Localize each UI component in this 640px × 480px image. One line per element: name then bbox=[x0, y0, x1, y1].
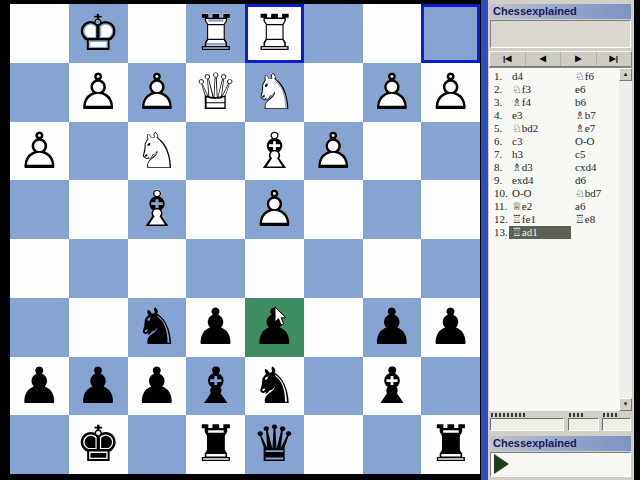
piece-wB: ♗ bbox=[128, 180, 187, 239]
piece-bR: ♜ bbox=[421, 415, 480, 474]
status-fields-row bbox=[490, 412, 631, 434]
move-bm[interactable]: O-O bbox=[575, 135, 619, 148]
piece-wP: ♙ bbox=[245, 180, 304, 239]
square-d7[interactable]: ♞ bbox=[245, 357, 304, 416]
square-d3[interactable]: ♝♗ bbox=[245, 122, 304, 181]
piece-fill: ♟ bbox=[69, 63, 128, 122]
move-wm[interactable]: ♗d3 bbox=[512, 161, 568, 174]
square-b4[interactable] bbox=[363, 180, 422, 239]
mouse-cursor-icon bbox=[274, 306, 289, 327]
square-h2[interactable] bbox=[10, 63, 69, 122]
move-number: 3. bbox=[494, 96, 512, 109]
piece-fill: ♝ bbox=[128, 180, 187, 239]
move-bm[interactable]: ♘f6 bbox=[575, 70, 619, 83]
square-f3[interactable]: ♞♘ bbox=[128, 122, 187, 181]
piece-fill: ♜ bbox=[186, 4, 245, 63]
move-bm[interactable]: ♖e8 bbox=[575, 213, 619, 226]
move-number: 8. bbox=[494, 161, 512, 174]
move-number: 1. bbox=[494, 70, 512, 83]
piece-fill: ♟ bbox=[10, 122, 69, 181]
last-move-button[interactable]: ▶| bbox=[597, 52, 632, 66]
piece-fill: ♛ bbox=[186, 63, 245, 122]
square-g3[interactable] bbox=[69, 122, 128, 181]
piece-bP: ♟ bbox=[10, 357, 69, 416]
move-wm[interactable]: ♕e2 bbox=[512, 200, 568, 213]
square-e6[interactable]: ♟ bbox=[186, 298, 245, 357]
move-bm[interactable]: cxd4 bbox=[575, 161, 619, 174]
square-f6[interactable]: ♞ bbox=[128, 298, 187, 357]
move-row: 4.e3♗b7 bbox=[489, 109, 619, 122]
move-number: 4. bbox=[494, 109, 512, 122]
piece-wN: ♘ bbox=[128, 122, 187, 181]
piece-wP: ♙ bbox=[421, 63, 480, 122]
next-move-button[interactable]: ▶ bbox=[561, 52, 597, 66]
move-list-scrollbar[interactable]: ▲ ▼ bbox=[619, 68, 632, 411]
right-panel: Chessexplained |◀◀▶▶| 1.d4♘f62.♘f3e63.♗f… bbox=[481, 0, 634, 480]
first-move-button[interactable]: |◀ bbox=[490, 52, 526, 66]
square-g7[interactable]: ♟ bbox=[69, 357, 128, 416]
square-e2[interactable]: ♛♕ bbox=[186, 63, 245, 122]
square-g4[interactable] bbox=[69, 180, 128, 239]
move-row: 2.♘f3e6 bbox=[489, 83, 619, 96]
square-b2[interactable]: ♟♙ bbox=[363, 63, 422, 122]
square-g1[interactable]: ♚♔ bbox=[69, 4, 128, 63]
piece-bK: ♚ bbox=[69, 415, 128, 474]
chess-app-screen: ♚♔♜♖♜♖♟♙♟♙♛♕♞♘♟♙♟♙♟♙♞♘♝♗♟♙♝♗♟♙♞♟♟♟♟♟♟♟♝♞… bbox=[0, 0, 640, 480]
piece-wB: ♗ bbox=[245, 122, 304, 181]
square-h8[interactable] bbox=[10, 415, 69, 474]
field-3-input[interactable] bbox=[602, 418, 631, 431]
square-e1[interactable]: ♜♖ bbox=[186, 4, 245, 63]
move-wm[interactable]: e3 bbox=[512, 109, 568, 122]
move-bm[interactable]: d6 bbox=[575, 174, 619, 187]
square-g2[interactable]: ♟♙ bbox=[69, 63, 128, 122]
move-row: 1.d4♘f6 bbox=[489, 70, 619, 83]
field-3[interactable] bbox=[602, 412, 631, 431]
move-wm[interactable]: ♗f4 bbox=[512, 96, 568, 109]
move-wm[interactable]: ♖ad1 bbox=[509, 226, 571, 239]
chess-board: ♚♔♜♖♜♖♟♙♟♙♛♕♞♘♟♙♟♙♟♙♞♘♝♗♟♙♝♗♟♙♞♟♟♟♟♟♟♟♝♞… bbox=[10, 4, 480, 474]
square-a7[interactable] bbox=[421, 357, 480, 416]
move-row: 6.c3O-O bbox=[489, 135, 619, 148]
square-b8[interactable] bbox=[363, 415, 422, 474]
piece-wK: ♔ bbox=[69, 4, 128, 63]
square-g6[interactable] bbox=[69, 298, 128, 357]
square-e7[interactable]: ♝ bbox=[186, 357, 245, 416]
move-number: 6. bbox=[494, 135, 512, 148]
square-e5[interactable] bbox=[186, 239, 245, 298]
piece-fill: ♟ bbox=[304, 122, 363, 181]
move-wm[interactable]: h3 bbox=[512, 148, 568, 161]
piece-wR: ♖ bbox=[245, 4, 304, 63]
play-icon[interactable] bbox=[494, 454, 509, 474]
square-a3[interactable] bbox=[421, 122, 480, 181]
square-a4[interactable] bbox=[421, 180, 480, 239]
move-row: 10.O-O♘bd7 bbox=[489, 187, 619, 200]
square-e3[interactable] bbox=[186, 122, 245, 181]
square-c1[interactable] bbox=[304, 4, 363, 63]
square-d8[interactable]: ♛ bbox=[245, 415, 304, 474]
move-row: 13.♖ad1 bbox=[489, 226, 619, 239]
move-row: 11.♕e2a6 bbox=[489, 200, 619, 213]
move-number: 5. bbox=[494, 122, 512, 135]
piece-wP: ♙ bbox=[128, 63, 187, 122]
field-1-label bbox=[491, 413, 527, 417]
square-f1[interactable] bbox=[128, 4, 187, 63]
piece-bN: ♞ bbox=[128, 298, 187, 357]
move-number: 11. bbox=[494, 200, 512, 213]
piece-wR: ♖ bbox=[186, 4, 245, 63]
piece-bQ: ♛ bbox=[245, 415, 304, 474]
square-c7[interactable] bbox=[304, 357, 363, 416]
square-g8[interactable]: ♚ bbox=[69, 415, 128, 474]
move-number: 12. bbox=[494, 213, 512, 226]
square-h3[interactable]: ♟♙ bbox=[10, 122, 69, 181]
piece-bP: ♟ bbox=[128, 357, 187, 416]
move-bm[interactable]: a6 bbox=[575, 200, 619, 213]
square-f8[interactable] bbox=[128, 415, 187, 474]
piece-wP: ♙ bbox=[69, 63, 128, 122]
square-a2[interactable]: ♟♙ bbox=[421, 63, 480, 122]
square-d4[interactable]: ♟♙ bbox=[245, 180, 304, 239]
move-bm[interactable]: b6 bbox=[575, 96, 619, 109]
move-row: 5.♘bd2♗e7 bbox=[489, 122, 619, 135]
square-d2[interactable]: ♞♘ bbox=[245, 63, 304, 122]
field-3-label bbox=[603, 413, 618, 417]
scroll-up-icon[interactable]: ▲ bbox=[619, 68, 632, 81]
move-bm[interactable]: e6 bbox=[575, 83, 619, 96]
square-d1[interactable]: ♜♖ bbox=[245, 4, 304, 63]
piece-wN: ♘ bbox=[245, 63, 304, 122]
square-c8[interactable] bbox=[304, 415, 363, 474]
piece-wP: ♙ bbox=[363, 63, 422, 122]
piece-bB: ♝ bbox=[186, 357, 245, 416]
square-c6[interactable] bbox=[304, 298, 363, 357]
move-wm[interactable]: O-O bbox=[512, 187, 568, 200]
piece-bP: ♟ bbox=[69, 357, 128, 416]
square-c5[interactable] bbox=[304, 239, 363, 298]
piece-bR: ♜ bbox=[186, 415, 245, 474]
piece-fill: ♜ bbox=[245, 4, 304, 63]
square-b5[interactable] bbox=[363, 239, 422, 298]
top-caption-bar: Chessexplained bbox=[490, 4, 631, 19]
move-wm[interactable]: exd4 bbox=[512, 174, 568, 187]
square-f7[interactable]: ♟ bbox=[128, 357, 187, 416]
square-f2[interactable]: ♟♙ bbox=[128, 63, 187, 122]
square-b6[interactable]: ♟ bbox=[363, 298, 422, 357]
prev-move-button[interactable]: ◀ bbox=[526, 52, 562, 66]
move-wm[interactable]: ♖fe1 bbox=[512, 213, 568, 226]
square-b1[interactable] bbox=[363, 4, 422, 63]
piece-bP: ♟ bbox=[421, 298, 480, 357]
square-f4[interactable]: ♝♗ bbox=[128, 180, 187, 239]
square-c4[interactable] bbox=[304, 180, 363, 239]
square-c3[interactable]: ♟♙ bbox=[304, 122, 363, 181]
piece-wP: ♙ bbox=[10, 122, 69, 181]
move-bm[interactable]: ♗b7 bbox=[575, 109, 619, 122]
square-h1[interactable] bbox=[10, 4, 69, 63]
move-wm[interactable]: d4 bbox=[512, 70, 568, 83]
piece-bN: ♞ bbox=[245, 357, 304, 416]
move-bm[interactable]: c5 bbox=[575, 148, 619, 161]
piece-fill: ♟ bbox=[363, 63, 422, 122]
square-e4[interactable] bbox=[186, 180, 245, 239]
piece-fill: ♝ bbox=[245, 122, 304, 181]
piece-fill: ♟ bbox=[421, 63, 480, 122]
field-1-input[interactable] bbox=[490, 418, 564, 431]
square-b3[interactable] bbox=[363, 122, 422, 181]
square-d5[interactable] bbox=[245, 239, 304, 298]
play-box[interactable] bbox=[490, 452, 631, 477]
scroll-down-icon[interactable]: ▼ bbox=[619, 398, 632, 411]
square-h5[interactable] bbox=[10, 239, 69, 298]
piece-fill: ♟ bbox=[245, 180, 304, 239]
move-row: 7.h3c5 bbox=[489, 148, 619, 161]
move-row: 12.♖fe1♖e8 bbox=[489, 213, 619, 226]
square-g5[interactable] bbox=[69, 239, 128, 298]
move-row: 8.♗d3cxd4 bbox=[489, 161, 619, 174]
piece-fill: ♞ bbox=[245, 63, 304, 122]
piece-fill: ♚ bbox=[69, 4, 128, 63]
square-b7[interactable]: ♝ bbox=[363, 357, 422, 416]
top-caption-box bbox=[490, 20, 631, 48]
square-h7[interactable]: ♟ bbox=[10, 357, 69, 416]
square-a5[interactable] bbox=[421, 239, 480, 298]
square-a1[interactable] bbox=[421, 4, 480, 63]
move-number: 9. bbox=[494, 174, 512, 187]
move-navigation-bar: |◀◀▶▶| bbox=[489, 51, 632, 67]
move-number: 7. bbox=[494, 148, 512, 161]
field-2-input[interactable] bbox=[568, 418, 599, 431]
move-wm[interactable]: ♘bd2 bbox=[512, 122, 568, 135]
square-h6[interactable] bbox=[10, 298, 69, 357]
move-row: 3.♗f4b6 bbox=[489, 96, 619, 109]
piece-bP: ♟ bbox=[186, 298, 245, 357]
field-2[interactable] bbox=[568, 412, 599, 431]
move-list[interactable]: 1.d4♘f62.♘f3e63.♗f4b64.e3♗b75.♘bd2♗e76.c… bbox=[489, 67, 632, 411]
piece-wP: ♙ bbox=[304, 122, 363, 181]
square-h4[interactable] bbox=[10, 180, 69, 239]
move-row: 9.exd4d6 bbox=[489, 174, 619, 187]
piece-fill: ♞ bbox=[128, 122, 187, 181]
square-a8[interactable]: ♜ bbox=[421, 415, 480, 474]
square-a6[interactable]: ♟ bbox=[421, 298, 480, 357]
square-c2[interactable] bbox=[304, 63, 363, 122]
field-2-label bbox=[569, 413, 584, 417]
bottom-caption-bar: Chessexplained bbox=[490, 436, 631, 451]
square-e8[interactable]: ♜ bbox=[186, 415, 245, 474]
piece-bP: ♟ bbox=[363, 298, 422, 357]
piece-fill: ♟ bbox=[128, 63, 187, 122]
move-wm[interactable]: c3 bbox=[512, 135, 568, 148]
move-wm[interactable]: ♘f3 bbox=[512, 83, 568, 96]
move-number: 2. bbox=[494, 83, 512, 96]
piece-wQ: ♕ bbox=[186, 63, 245, 122]
field-1[interactable] bbox=[490, 412, 564, 431]
move-bm[interactable]: ♘bd7 bbox=[575, 187, 619, 200]
piece-bB: ♝ bbox=[363, 357, 422, 416]
square-f5[interactable] bbox=[128, 239, 187, 298]
move-bm[interactable]: ♗e7 bbox=[575, 122, 619, 135]
move-number: 10. bbox=[494, 187, 512, 200]
